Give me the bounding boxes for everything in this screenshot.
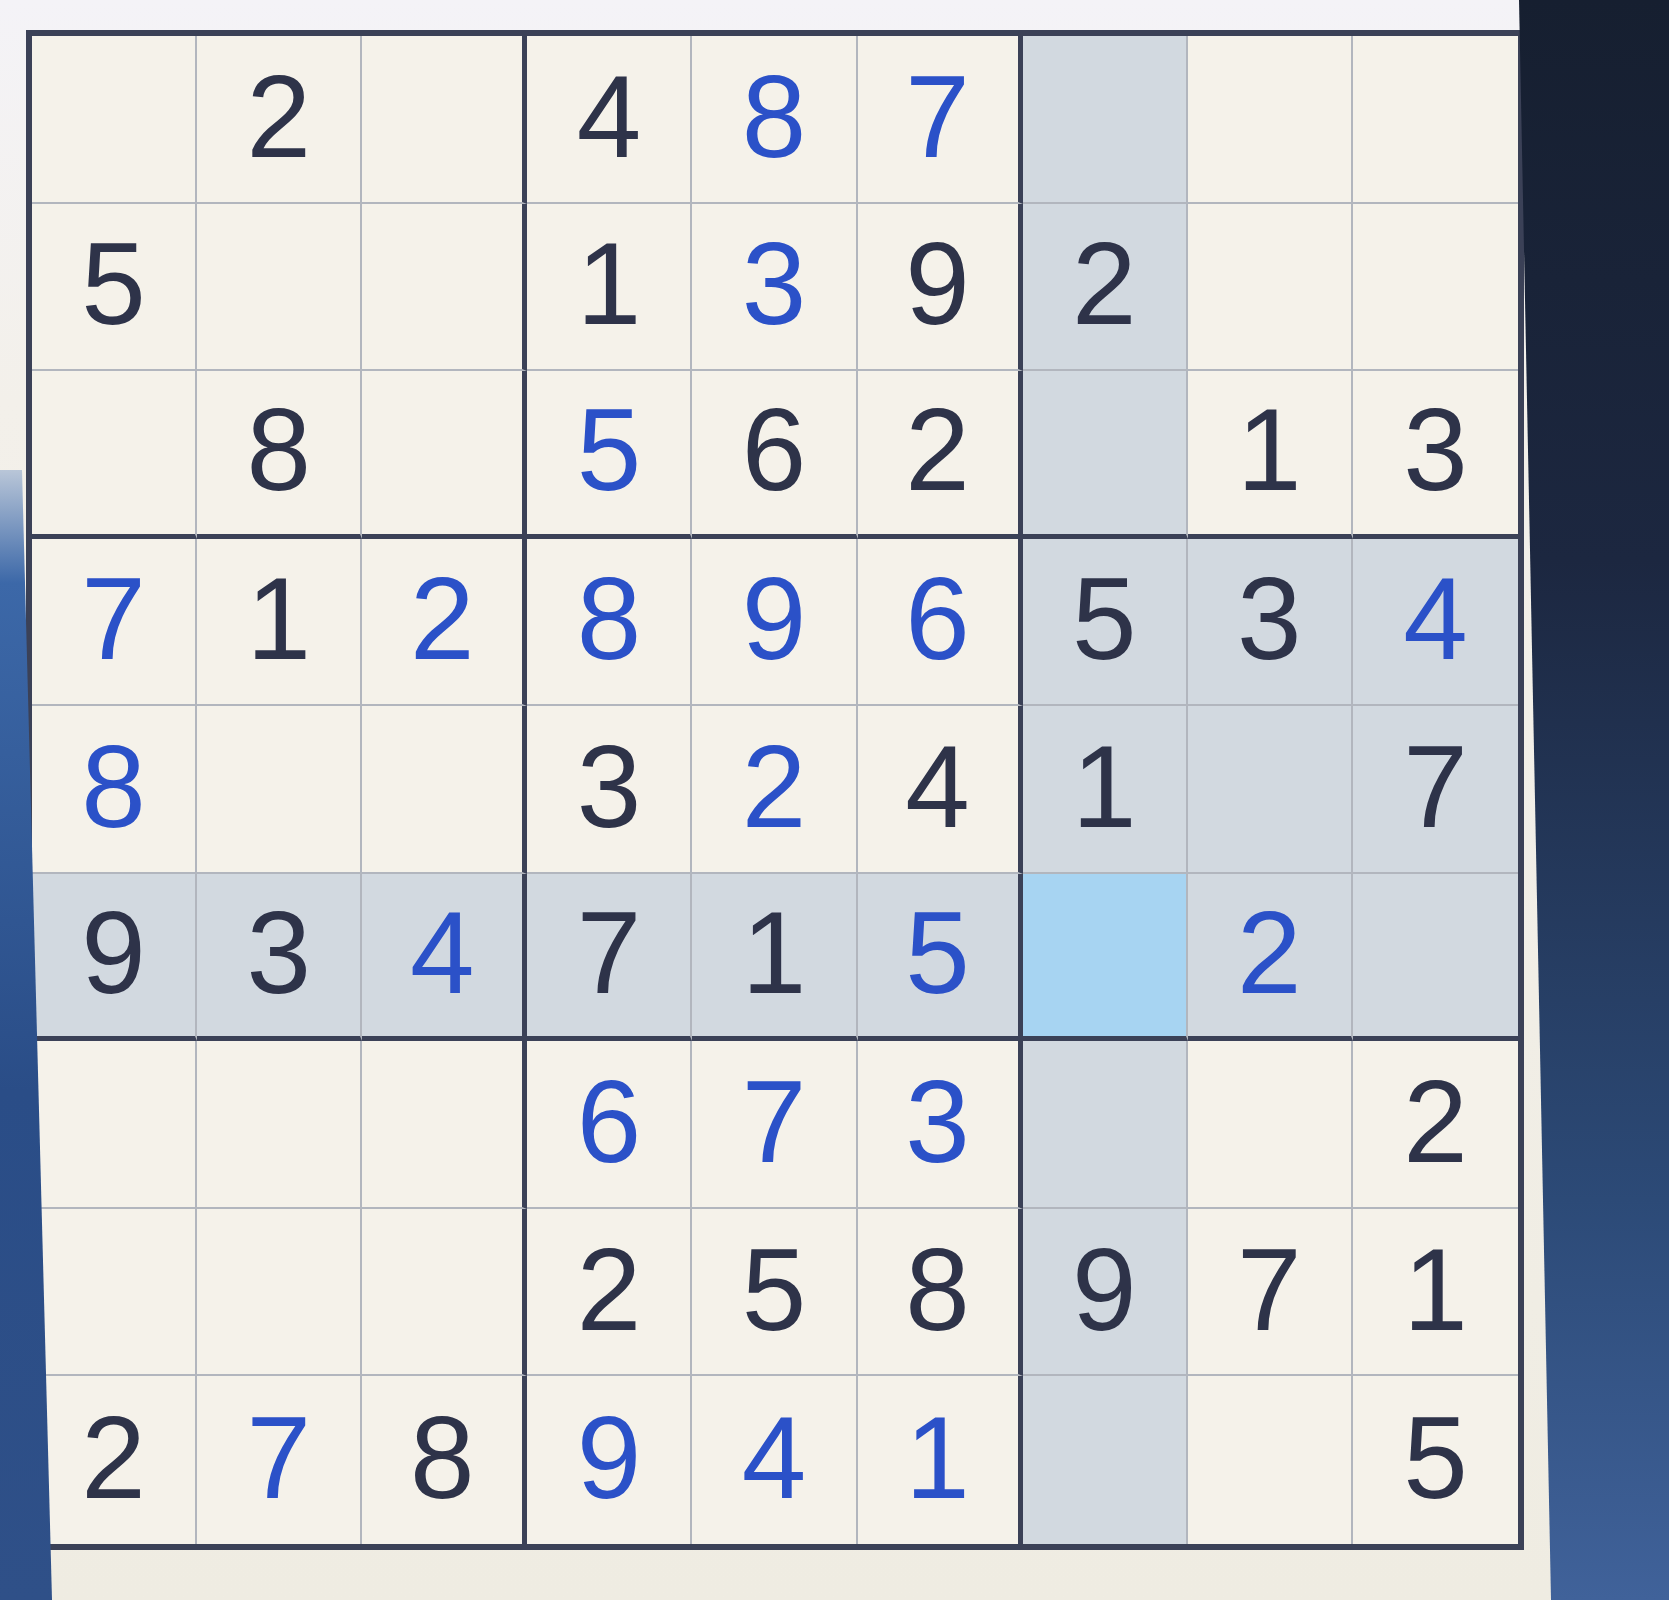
- user-digit: 2: [742, 729, 807, 845]
- user-digit: 3: [742, 226, 807, 342]
- sudoku-cell-r1c3[interactable]: [362, 36, 527, 204]
- given-digit: 2: [81, 1400, 146, 1516]
- sudoku-cell-r8c8[interactable]: 7: [1188, 1209, 1353, 1377]
- given-digit: 3: [1403, 392, 1468, 508]
- sudoku-cell-r1c5[interactable]: 8: [692, 36, 857, 204]
- sudoku-cell-r8c6[interactable]: 8: [858, 1209, 1023, 1377]
- sudoku-cell-r5c9[interactable]: 7: [1353, 706, 1518, 874]
- sudoku-cell-r6c1[interactable]: 9: [32, 874, 197, 1042]
- given-digit: 5: [1403, 1400, 1468, 1516]
- given-digit: 1: [1072, 729, 1137, 845]
- sudoku-cell-r1c7[interactable]: [1023, 36, 1188, 204]
- sudoku-cell-r8c2[interactable]: [197, 1209, 362, 1377]
- sudoku-cell-r2c4[interactable]: 1: [527, 204, 692, 372]
- given-digit: 7: [1403, 729, 1468, 845]
- given-digit: 9: [81, 895, 146, 1011]
- sudoku-cell-r5c6[interactable]: 4: [858, 706, 1023, 874]
- sudoku-cell-r9c6[interactable]: 1: [858, 1376, 1023, 1544]
- sudoku-cell-r8c3[interactable]: [362, 1209, 527, 1377]
- given-digit: 1: [577, 226, 642, 342]
- sudoku-cell-r9c1[interactable]: 2: [32, 1376, 197, 1544]
- sudoku-cell-r7c9[interactable]: 2: [1353, 1041, 1518, 1209]
- sudoku-cell-r4c6[interactable]: 6: [858, 539, 1023, 707]
- sudoku-cell-r6c5[interactable]: 1: [692, 874, 857, 1042]
- user-digit: 4: [742, 1400, 807, 1516]
- sudoku-cell-r2c1[interactable]: 5: [32, 204, 197, 372]
- sudoku-cell-r4c3[interactable]: 2: [362, 539, 527, 707]
- sudoku-cell-r5c8[interactable]: [1188, 706, 1353, 874]
- sudoku-cell-r1c6[interactable]: 7: [858, 36, 1023, 204]
- user-digit: 6: [905, 561, 970, 677]
- user-digit: 7: [81, 561, 146, 677]
- sudoku-cell-r4c5[interactable]: 9: [692, 539, 857, 707]
- given-digit: 7: [577, 895, 642, 1011]
- given-digit: 2: [577, 1232, 642, 1348]
- sudoku-cell-r8c9[interactable]: 1: [1353, 1209, 1518, 1377]
- given-digit: 3: [246, 895, 311, 1011]
- user-digit: 7: [246, 1400, 311, 1516]
- sudoku-cell-r6c6[interactable]: 5: [858, 874, 1023, 1042]
- sudoku-cell-r8c1[interactable]: [32, 1209, 197, 1377]
- sudoku-cell-r5c7[interactable]: 1: [1023, 706, 1188, 874]
- sudoku-cell-r4c7[interactable]: 5: [1023, 539, 1188, 707]
- user-digit: 9: [577, 1400, 642, 1516]
- sudoku-cell-r7c2[interactable]: [197, 1041, 362, 1209]
- sudoku-cell-r6c7[interactable]: [1023, 874, 1188, 1042]
- given-digit: 8: [246, 392, 311, 508]
- sudoku-cell-r8c5[interactable]: 5: [692, 1209, 857, 1377]
- sudoku-cell-r3c4[interactable]: 5: [527, 371, 692, 539]
- sudoku-cell-r7c8[interactable]: [1188, 1041, 1353, 1209]
- sudoku-cell-r4c9[interactable]: 4: [1353, 539, 1518, 707]
- user-digit: 3: [905, 1064, 970, 1180]
- sudoku-cell-r3c9[interactable]: 3: [1353, 371, 1518, 539]
- sudoku-cell-r5c3[interactable]: [362, 706, 527, 874]
- sudoku-cell-r9c3[interactable]: 8: [362, 1376, 527, 1544]
- sudoku-cell-r9c9[interactable]: 5: [1353, 1376, 1518, 1544]
- sudoku-cell-r7c7[interactable]: [1023, 1041, 1188, 1209]
- sudoku-cell-r9c4[interactable]: 9: [527, 1376, 692, 1544]
- sudoku-cell-r1c8[interactable]: [1188, 36, 1353, 204]
- given-digit: 1: [1403, 1232, 1468, 1348]
- sudoku-cell-r4c8[interactable]: 3: [1188, 539, 1353, 707]
- sudoku-cell-r1c2[interactable]: 2: [197, 36, 362, 204]
- given-digit: 5: [1072, 561, 1137, 677]
- given-digit: 5: [742, 1232, 807, 1348]
- sudoku-cell-r2c5[interactable]: 3: [692, 204, 857, 372]
- user-digit: 5: [905, 895, 970, 1011]
- given-digit: 9: [1072, 1232, 1137, 1348]
- user-digit: 2: [410, 561, 475, 677]
- sudoku-board: 2487513928562137128965348324179347152673…: [26, 30, 1524, 1550]
- given-digit: 5: [81, 226, 146, 342]
- sudoku-cell-r4c2[interactable]: 1: [197, 539, 362, 707]
- sudoku-cell-r2c9[interactable]: [1353, 204, 1518, 372]
- given-digit: 1: [1237, 392, 1302, 508]
- given-digit: 1: [246, 561, 311, 677]
- sudoku-cell-r8c4[interactable]: 2: [527, 1209, 692, 1377]
- given-digit: 7: [1237, 1232, 1302, 1348]
- sudoku-cell-r7c4[interactable]: 6: [527, 1041, 692, 1209]
- given-digit: 2: [246, 59, 311, 175]
- given-digit: 4: [577, 59, 642, 175]
- user-digit: 1: [905, 1400, 970, 1516]
- sudoku-cell-r7c5[interactable]: 7: [692, 1041, 857, 1209]
- sudoku-cell-r5c5[interactable]: 2: [692, 706, 857, 874]
- sudoku-cell-r7c6[interactable]: 3: [858, 1041, 1023, 1209]
- user-digit: 7: [905, 59, 970, 175]
- sudoku-cell-r6c9[interactable]: [1353, 874, 1518, 1042]
- sudoku-cell-r9c5[interactable]: 4: [692, 1376, 857, 1544]
- sudoku-cell-r1c4[interactable]: 4: [527, 36, 692, 204]
- sudoku-cell-r3c2[interactable]: 8: [197, 371, 362, 539]
- sudoku-cell-r3c5[interactable]: 6: [692, 371, 857, 539]
- sudoku-cell-r5c2[interactable]: [197, 706, 362, 874]
- given-digit: 9: [905, 226, 970, 342]
- sudoku-cell-r6c2[interactable]: 3: [197, 874, 362, 1042]
- sudoku-cell-r3c7[interactable]: [1023, 371, 1188, 539]
- user-digit: 8: [577, 561, 642, 677]
- sudoku-cell-r5c1[interactable]: 8: [32, 706, 197, 874]
- sudoku-cell-r7c3[interactable]: [362, 1041, 527, 1209]
- sudoku-cell-r9c7[interactable]: [1023, 1376, 1188, 1544]
- sudoku-cell-r7c1[interactable]: [32, 1041, 197, 1209]
- sudoku-cell-r9c8[interactable]: [1188, 1376, 1353, 1544]
- user-digit: 9: [742, 561, 807, 677]
- sudoku-cell-r2c2[interactable]: [197, 204, 362, 372]
- given-digit: 3: [1237, 561, 1302, 677]
- sudoku-cell-r3c6[interactable]: 2: [858, 371, 1023, 539]
- sudoku-cell-r2c3[interactable]: [362, 204, 527, 372]
- sudoku-cell-r4c1[interactable]: 7: [32, 539, 197, 707]
- user-digit: 6: [577, 1064, 642, 1180]
- sudoku-cell-r6c3[interactable]: 4: [362, 874, 527, 1042]
- sudoku-cell-r2c6[interactable]: 9: [858, 204, 1023, 372]
- sudoku-cell-r3c1[interactable]: [32, 371, 197, 539]
- sudoku-cell-r3c8[interactable]: 1: [1188, 371, 1353, 539]
- user-digit: 8: [81, 729, 146, 845]
- sudoku-cell-r2c8[interactable]: [1188, 204, 1353, 372]
- sudoku-cell-r6c8[interactable]: 2: [1188, 874, 1353, 1042]
- sudoku-cell-r9c2[interactable]: 7: [197, 1376, 362, 1544]
- given-digit: 4: [905, 729, 970, 845]
- given-digit: 1: [742, 895, 807, 1011]
- user-digit: 7: [742, 1064, 807, 1180]
- given-digit: 2: [905, 392, 970, 508]
- given-digit: 2: [1072, 226, 1137, 342]
- sudoku-cell-r1c1[interactable]: [32, 36, 197, 204]
- user-digit: 2: [1237, 895, 1302, 1011]
- sudoku-app-photo: 2487513928562137128965348324179347152673…: [0, 0, 1669, 1600]
- sudoku-cell-r4c4[interactable]: 8: [527, 539, 692, 707]
- given-digit: 2: [1403, 1064, 1468, 1180]
- user-digit: 4: [1403, 561, 1468, 677]
- sudoku-cell-r3c3[interactable]: [362, 371, 527, 539]
- sudoku-cell-r5c4[interactable]: 3: [527, 706, 692, 874]
- screen-bezel-right: [1519, 0, 1669, 1600]
- sudoku-cell-r1c9[interactable]: [1353, 36, 1518, 204]
- given-digit: 6: [742, 392, 807, 508]
- sudoku-cell-r8c7[interactable]: 9: [1023, 1209, 1188, 1377]
- given-digit: 8: [410, 1400, 475, 1516]
- sudoku-cell-r6c4[interactable]: 7: [527, 874, 692, 1042]
- given-digit: 3: [577, 729, 642, 845]
- sudoku-cell-r2c7[interactable]: 2: [1023, 204, 1188, 372]
- user-digit: 4: [410, 895, 475, 1011]
- user-digit: 5: [577, 392, 642, 508]
- given-digit: 8: [905, 1232, 970, 1348]
- user-digit: 8: [742, 59, 807, 175]
